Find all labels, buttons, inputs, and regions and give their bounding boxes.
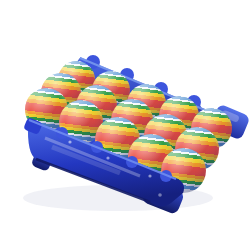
product-photo-scene (0, 0, 250, 250)
tray-front-structure (0, 0, 250, 250)
